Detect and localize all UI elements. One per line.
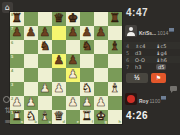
square-b2[interactable]: ♟ xyxy=(24,96,38,110)
game-sidebar: 4:47 KriSs...1014 4♗c4♝c55d3♝g46O-O♝h67h… xyxy=(124,0,180,135)
square-f2[interactable]: ♟ xyxy=(80,96,94,110)
black-queen: ♛ xyxy=(52,11,66,26)
player-avatar xyxy=(125,93,137,105)
square-a5[interactable]: 5 xyxy=(10,54,24,68)
square-d4[interactable] xyxy=(52,68,66,82)
white-pawn: ♟ xyxy=(52,81,66,96)
white-bishop: ♝ xyxy=(108,81,122,96)
square-h4[interactable] xyxy=(108,68,122,82)
square-g8[interactable] xyxy=(94,12,108,26)
move-number: 7 xyxy=(124,64,135,70)
chess-app: ⌂ ♜8♛♚♜♟7♟♟♟♟♟6♞♞♝5♟♟4♟3♟♟♞♝♟2♟♟♟♟♜1a♞b♝… xyxy=(0,0,180,135)
square-d5[interactable]: ♟ xyxy=(52,54,66,68)
white-move[interactable]: O-O xyxy=(135,57,156,63)
square-g6[interactable] xyxy=(94,40,108,54)
chat-bubble-icon[interactable] xyxy=(170,86,177,91)
square-g5[interactable] xyxy=(94,54,108,68)
square-d7[interactable] xyxy=(52,26,66,40)
square-f3[interactable]: ♞ xyxy=(80,82,94,96)
square-b1[interactable]: ♞b xyxy=(24,110,38,124)
square-c6[interactable]: ♞ xyxy=(38,40,52,54)
move-list: 4♗c4♝c55d3♝g46O-O♝h67h3d5 xyxy=(124,42,180,70)
square-g1[interactable]: ♚g xyxy=(94,110,108,124)
menu-icon[interactable]: ≡ xyxy=(3,117,12,126)
square-e2[interactable]: ♟ xyxy=(66,96,80,110)
current-move-chip[interactable]: d5 xyxy=(156,64,166,70)
square-d2[interactable] xyxy=(52,96,66,110)
rank-coordinate: 2 xyxy=(11,96,13,101)
player-name: Roy xyxy=(139,98,148,104)
square-d3[interactable]: ♟ xyxy=(52,82,66,96)
square-d1[interactable]: ♛d xyxy=(52,110,66,124)
draw-offer-button[interactable]: ½ xyxy=(126,73,148,83)
square-g3[interactable] xyxy=(94,82,108,96)
opponent-avatar xyxy=(125,25,137,37)
white-pawn: ♟ xyxy=(24,95,38,110)
square-a3[interactable]: 3 xyxy=(10,82,24,96)
white-pawn: ♟ xyxy=(66,95,80,110)
square-h5[interactable] xyxy=(108,54,122,68)
rank-coordinate: 3 xyxy=(11,82,13,87)
black-rook: ♜ xyxy=(108,11,122,26)
square-b5[interactable] xyxy=(24,54,38,68)
opponent-player-card[interactable]: KriSs...1014 xyxy=(125,25,174,37)
white-move[interactable]: ♗c4 xyxy=(135,43,156,49)
black-pawn: ♟ xyxy=(66,53,80,68)
square-g4[interactable] xyxy=(94,68,108,82)
square-h8[interactable]: ♜ xyxy=(108,12,122,26)
file-coordinate: c xyxy=(49,119,51,124)
file-coordinate: e xyxy=(77,119,79,124)
square-e4[interactable]: ♟ xyxy=(66,68,80,82)
file-coordinate: f xyxy=(92,119,93,124)
move-number: 4 xyxy=(124,43,135,49)
move-number: 6 xyxy=(124,57,135,63)
white-pawn: ♟ xyxy=(38,81,52,96)
player-flag-icon xyxy=(161,96,166,100)
move-row: 6O-O♝h6 xyxy=(124,56,180,63)
square-b7[interactable]: ♟ xyxy=(24,26,38,40)
square-a4[interactable]: 4 xyxy=(10,68,24,82)
white-move[interactable]: d3 xyxy=(135,50,156,56)
square-f1[interactable]: ♜f xyxy=(80,110,94,124)
rank-coordinate: 7 xyxy=(11,26,13,31)
opponent-clock: 4:47 xyxy=(126,7,148,18)
black-king: ♚ xyxy=(66,11,80,26)
black-move[interactable]: ♝h6 xyxy=(156,57,177,63)
rank-coordinate: 5 xyxy=(11,54,13,59)
square-c5[interactable] xyxy=(38,54,52,68)
square-e1[interactable]: e xyxy=(66,110,80,124)
square-b6[interactable] xyxy=(24,40,38,54)
square-h3[interactable]: ♝ xyxy=(108,82,122,96)
flip-board-icon[interactable]: ⇅ xyxy=(3,106,12,115)
square-f4[interactable] xyxy=(80,68,94,82)
square-a6[interactable]: 6 xyxy=(10,40,24,54)
settings-gear-icon[interactable] xyxy=(3,96,10,103)
file-coordinate: a xyxy=(21,119,23,124)
player-clock: 4:26 xyxy=(126,110,148,121)
opponent-rating: 1014 xyxy=(157,30,168,36)
black-pawn: ♟ xyxy=(38,25,52,40)
white-pawn: ♟ xyxy=(94,95,108,110)
square-f6[interactable]: ♞ xyxy=(80,40,94,54)
square-f5[interactable] xyxy=(80,54,94,68)
square-c2[interactable] xyxy=(38,96,52,110)
square-b3[interactable] xyxy=(24,82,38,96)
black-pawn: ♟ xyxy=(52,53,66,68)
square-e8[interactable]: ♚ xyxy=(66,12,80,26)
file-coordinate: b xyxy=(35,119,37,124)
square-a8[interactable]: ♜8 xyxy=(10,12,24,26)
square-c4[interactable] xyxy=(38,68,52,82)
chess-board: ♜8♛♚♜♟7♟♟♟♟♟6♞♞♝5♟♟4♟3♟♟♞♝♟2♟♟♟♟♜1a♞b♝c♛… xyxy=(10,12,122,124)
black-move[interactable]: ♝g4 xyxy=(156,50,177,56)
white-pawn: ♟ xyxy=(66,67,80,82)
black-pawn: ♟ xyxy=(66,25,80,40)
square-c8[interactable] xyxy=(38,12,52,26)
black-bishop: ♝ xyxy=(108,39,122,54)
black-move[interactable]: ♝c5 xyxy=(156,43,177,49)
square-c1[interactable]: ♝c xyxy=(38,110,52,124)
square-h7[interactable] xyxy=(108,26,122,40)
square-c3[interactable]: ♟ xyxy=(38,82,52,96)
rank-coordinate: 4 xyxy=(11,68,13,73)
file-coordinate: h xyxy=(119,119,121,124)
player-card[interactable]: Roy1100 xyxy=(125,93,166,105)
black-pawn: ♟ xyxy=(80,25,94,40)
square-f8[interactable] xyxy=(80,12,94,26)
black-knight: ♞ xyxy=(38,39,52,54)
move-number: 5 xyxy=(124,50,135,56)
black-pawn: ♟ xyxy=(24,25,38,40)
opponent-name: KriSs... xyxy=(139,30,156,36)
move-row: 4♗c4♝c5 xyxy=(124,42,180,49)
move-row: 5d3♝g4 xyxy=(124,49,180,56)
square-d6[interactable] xyxy=(52,40,66,54)
square-a1[interactable]: ♜1a xyxy=(10,110,24,124)
square-h6[interactable]: ♝ xyxy=(108,40,122,54)
square-e7[interactable]: ♟ xyxy=(66,26,80,40)
white-move[interactable]: h3 xyxy=(135,64,156,70)
white-pawn: ♟ xyxy=(80,95,94,110)
resign-button[interactable]: ⚑ xyxy=(151,73,166,83)
file-coordinate: d xyxy=(63,119,65,124)
square-h2[interactable] xyxy=(108,96,122,110)
square-g7[interactable]: ♟ xyxy=(94,26,108,40)
square-g2[interactable]: ♟ xyxy=(94,96,108,110)
square-e6[interactable] xyxy=(66,40,80,54)
square-a2[interactable]: ♟2 xyxy=(10,96,24,110)
square-b8[interactable] xyxy=(24,12,38,26)
black-move[interactable]: d5 xyxy=(156,64,177,70)
square-f7[interactable]: ♟ xyxy=(80,26,94,40)
square-h1[interactable]: h xyxy=(108,110,122,124)
white-knight: ♞ xyxy=(80,81,94,96)
square-e3[interactable] xyxy=(66,82,80,96)
move-row: 7h3d5 xyxy=(124,63,180,70)
black-pawn: ♟ xyxy=(94,25,108,40)
square-c7[interactable]: ♟ xyxy=(38,26,52,40)
square-d8[interactable]: ♛ xyxy=(52,12,66,26)
square-b4[interactable] xyxy=(24,68,38,82)
player-rating: 1100 xyxy=(149,98,160,104)
opponent-flag-icon xyxy=(169,28,174,32)
square-a7[interactable]: ♟7 xyxy=(10,26,24,40)
rank-coordinate: 8 xyxy=(11,12,13,17)
file-coordinate: g xyxy=(105,119,107,124)
rank-coordinate: 6 xyxy=(11,40,13,45)
black-knight: ♞ xyxy=(80,39,94,54)
square-e5[interactable]: ♟ xyxy=(66,54,80,68)
